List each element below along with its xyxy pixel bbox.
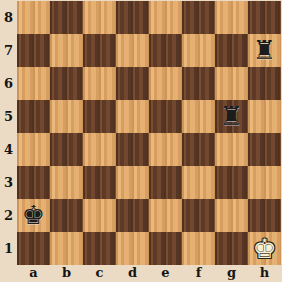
- square-d6[interactable]: [116, 67, 149, 100]
- square-c3[interactable]: [83, 166, 116, 199]
- square-e8[interactable]: [149, 1, 182, 34]
- file-label-d: d: [116, 264, 149, 282]
- square-h2[interactable]: [248, 199, 281, 232]
- square-g5[interactable]: ♜: [215, 100, 248, 133]
- square-g4[interactable]: [215, 133, 248, 166]
- square-b6[interactable]: [50, 67, 83, 100]
- square-b1[interactable]: [50, 232, 83, 265]
- square-a8[interactable]: [17, 1, 50, 34]
- square-g1[interactable]: [215, 232, 248, 265]
- square-f1[interactable]: [182, 232, 215, 265]
- square-g2[interactable]: [215, 199, 248, 232]
- rank-label-5: 5: [0, 100, 17, 133]
- square-e1[interactable]: [149, 232, 182, 265]
- square-e4[interactable]: [149, 133, 182, 166]
- square-b4[interactable]: [50, 133, 83, 166]
- square-f4[interactable]: [182, 133, 215, 166]
- square-a5[interactable]: [17, 100, 50, 133]
- square-c7[interactable]: [83, 34, 116, 67]
- square-f8[interactable]: [182, 1, 215, 34]
- file-label-g: g: [215, 264, 248, 282]
- square-a1[interactable]: [17, 232, 50, 265]
- rank-label-4: 4: [0, 133, 17, 166]
- square-e7[interactable]: [149, 34, 182, 67]
- file-label-c: c: [83, 264, 116, 282]
- square-a7[interactable]: [17, 34, 50, 67]
- rank-label-3: 3: [0, 166, 17, 199]
- square-a4[interactable]: [17, 133, 50, 166]
- square-e3[interactable]: [149, 166, 182, 199]
- square-d4[interactable]: [116, 133, 149, 166]
- black-king[interactable]: ♚: [22, 199, 45, 232]
- chess-board-window: 87654321 ♜♜♚♚ abcdefgh: [0, 0, 282, 282]
- rank-label-1: 1: [0, 232, 17, 265]
- square-d5[interactable]: [116, 100, 149, 133]
- square-d7[interactable]: [116, 34, 149, 67]
- file-labels: abcdefgh: [17, 264, 281, 282]
- square-h7[interactable]: ♜: [248, 34, 281, 67]
- square-h1[interactable]: ♚: [248, 232, 281, 265]
- rank-label-7: 7: [0, 34, 17, 67]
- white-king[interactable]: ♚: [252, 232, 276, 265]
- square-h6[interactable]: [248, 67, 281, 100]
- square-g8[interactable]: [215, 1, 248, 34]
- square-b8[interactable]: [50, 1, 83, 34]
- file-label-h: h: [248, 264, 281, 282]
- square-f3[interactable]: [182, 166, 215, 199]
- square-f5[interactable]: [182, 100, 215, 133]
- square-h3[interactable]: [248, 166, 281, 199]
- square-f7[interactable]: [182, 34, 215, 67]
- square-b2[interactable]: [50, 199, 83, 232]
- square-c2[interactable]: [83, 199, 116, 232]
- square-h4[interactable]: [248, 133, 281, 166]
- square-f2[interactable]: [182, 199, 215, 232]
- file-label-a: a: [17, 264, 50, 282]
- file-label-f: f: [182, 264, 215, 282]
- square-a6[interactable]: [17, 67, 50, 100]
- square-c8[interactable]: [83, 1, 116, 34]
- square-e2[interactable]: [149, 199, 182, 232]
- square-d1[interactable]: [116, 232, 149, 265]
- square-c1[interactable]: [83, 232, 116, 265]
- black-rook[interactable]: ♜: [220, 100, 243, 133]
- square-f6[interactable]: [182, 67, 215, 100]
- square-d2[interactable]: [116, 199, 149, 232]
- square-d3[interactable]: [116, 166, 149, 199]
- square-b5[interactable]: [50, 100, 83, 133]
- square-c6[interactable]: [83, 67, 116, 100]
- square-g7[interactable]: [215, 34, 248, 67]
- chess-board: ♜♜♚♚: [17, 1, 281, 265]
- file-label-b: b: [50, 264, 83, 282]
- rank-label-8: 8: [0, 1, 17, 34]
- rank-label-2: 2: [0, 199, 17, 232]
- square-e6[interactable]: [149, 67, 182, 100]
- square-h8[interactable]: [248, 1, 281, 34]
- square-a2[interactable]: ♚: [17, 199, 50, 232]
- square-h5[interactable]: [248, 100, 281, 133]
- black-rook[interactable]: ♜: [253, 34, 276, 67]
- square-e5[interactable]: [149, 100, 182, 133]
- square-c4[interactable]: [83, 133, 116, 166]
- square-c5[interactable]: [83, 100, 116, 133]
- square-g6[interactable]: [215, 67, 248, 100]
- square-a3[interactable]: [17, 166, 50, 199]
- rank-labels: 87654321: [0, 1, 17, 265]
- rank-label-6: 6: [0, 67, 17, 100]
- square-b3[interactable]: [50, 166, 83, 199]
- square-b7[interactable]: [50, 34, 83, 67]
- file-label-e: e: [149, 264, 182, 282]
- square-d8[interactable]: [116, 1, 149, 34]
- square-g3[interactable]: [215, 166, 248, 199]
